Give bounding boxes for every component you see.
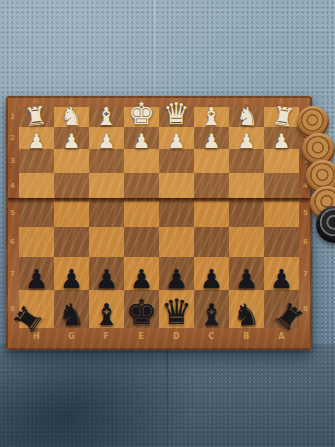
piece-white-pawn-d2[interactable]: ♟: [168, 131, 186, 151]
square-h2[interactable]: ♟: [19, 127, 54, 149]
piece-white-king-e1[interactable]: ♚: [128, 99, 155, 129]
file-label-bottom-g: G: [54, 332, 89, 341]
square-g8[interactable]: ♞: [54, 290, 89, 328]
square-a8[interactable]: ♜: [264, 290, 299, 328]
square-h5[interactable]: [19, 199, 54, 227]
square-f1[interactable]: ♝: [89, 107, 124, 127]
rank-label-left-7: 7: [7, 270, 18, 278]
square-h4[interactable]: [19, 173, 54, 199]
square-b2[interactable]: ♟: [229, 127, 264, 149]
square-f5[interactable]: [89, 199, 124, 227]
file-label-bottom-c: C: [194, 332, 229, 341]
square-e6[interactable]: [124, 227, 159, 257]
square-a2[interactable]: ♟: [264, 127, 299, 149]
square-d7[interactable]: ♟: [159, 257, 194, 290]
rank-label-left-6: 6: [7, 238, 18, 246]
square-d1[interactable]: ♛: [159, 107, 194, 127]
rank-label-left-2: 2: [7, 134, 18, 142]
piece-white-queen-d1[interactable]: ♛: [163, 99, 190, 129]
file-label-bottom-e: E: [124, 332, 159, 341]
piece-white-bishop-f1[interactable]: ♝: [95, 104, 117, 129]
rank-label-left-5: 5: [7, 209, 18, 217]
square-c4[interactable]: [194, 173, 229, 199]
square-c1[interactable]: ♝: [194, 107, 229, 127]
rank-label-left-3: 3: [7, 157, 18, 165]
square-f2[interactable]: ♟: [89, 127, 124, 149]
piece-white-rook-h1[interactable]: ♜: [23, 103, 48, 131]
square-a1[interactable]: ♜: [264, 107, 299, 127]
square-g1[interactable]: ♞: [54, 107, 89, 127]
square-e5[interactable]: [124, 199, 159, 227]
square-g6[interactable]: [54, 227, 89, 257]
photo-scene: ♜♞♝♚♛♝♞♜♟♟♟♟♟♟♟♟♟♟♟♟♟♟♟♟♜♞♝♚♛♝♞♜ HGFEDCB…: [0, 0, 335, 447]
square-f8[interactable]: ♝: [89, 290, 124, 328]
piece-black-pawn-c7[interactable]: ♟: [200, 266, 223, 292]
square-g5[interactable]: [54, 199, 89, 227]
piece-white-pawn-g2[interactable]: ♟: [63, 131, 81, 151]
piece-white-pawn-h2[interactable]: ♟: [28, 131, 46, 151]
square-e4[interactable]: [124, 173, 159, 199]
square-d5[interactable]: [159, 199, 194, 227]
rank-label-right-6: 6: [300, 238, 311, 246]
piece-white-rook-a1[interactable]: ♜: [270, 103, 296, 131]
rank-label-left-4: 4: [7, 182, 18, 190]
board-fold-seam: [8, 198, 310, 201]
piece-white-bishop-c1[interactable]: ♝: [200, 104, 222, 129]
square-b7[interactable]: ♟: [229, 257, 264, 290]
piece-black-bishop-f8[interactable]: ♝: [93, 300, 120, 330]
piece-black-pawn-f7[interactable]: ♟: [95, 266, 118, 292]
piece-white-pawn-b2[interactable]: ♟: [238, 131, 256, 151]
square-g7[interactable]: ♟: [54, 257, 89, 290]
piece-black-knight-b8[interactable]: ♞: [231, 299, 260, 331]
square-b5[interactable]: [229, 199, 264, 227]
square-h8[interactable]: ♜: [19, 290, 54, 328]
file-label-bottom-f: F: [89, 332, 124, 341]
square-h6[interactable]: [19, 227, 54, 257]
rank-label-right-7: 7: [300, 270, 311, 278]
square-c2[interactable]: ♟: [194, 127, 229, 149]
square-a5[interactable]: [264, 199, 299, 227]
square-e8[interactable]: ♚: [124, 290, 159, 328]
square-d4[interactable]: [159, 173, 194, 199]
square-b4[interactable]: [229, 173, 264, 199]
piece-black-pawn-d7[interactable]: ♟: [165, 266, 188, 292]
piece-black-pawn-e7[interactable]: ♟: [130, 266, 153, 292]
piece-white-knight-g1[interactable]: ♞: [60, 104, 82, 129]
square-e1[interactable]: ♚: [124, 107, 159, 127]
square-f6[interactable]: [89, 227, 124, 257]
square-g2[interactable]: ♟: [54, 127, 89, 149]
square-e7[interactable]: ♟: [124, 257, 159, 290]
file-label-bottom-b: B: [229, 332, 264, 341]
fabric-crease-top: [154, 0, 156, 96]
square-f7[interactable]: ♟: [89, 257, 124, 290]
square-c7[interactable]: ♟: [194, 257, 229, 290]
piece-white-pawn-c2[interactable]: ♟: [203, 131, 221, 151]
piece-black-queen-d8[interactable]: ♛: [161, 295, 192, 330]
piece-black-pawn-a7[interactable]: ♟: [270, 266, 293, 292]
fabric-crease-bottom: [166, 350, 168, 447]
piece-black-pawn-h7[interactable]: ♟: [25, 266, 48, 292]
piece-black-king-e8[interactable]: ♚: [126, 295, 157, 330]
piece-white-knight-b1[interactable]: ♞: [235, 103, 259, 130]
square-a6[interactable]: [264, 227, 299, 257]
piece-black-bishop-c8[interactable]: ♝: [198, 300, 225, 330]
piece-black-pawn-g7[interactable]: ♟: [60, 266, 83, 292]
rank-label-left-1: 1: [7, 113, 18, 121]
board-grid: ♜♞♝♚♛♝♞♜♟♟♟♟♟♟♟♟♟♟♟♟♟♟♟♟♜♞♝♚♛♝♞♜: [19, 107, 299, 328]
square-g4[interactable]: [54, 173, 89, 199]
square-b6[interactable]: [229, 227, 264, 257]
rank-label-right-5: 5: [300, 209, 311, 217]
square-b8[interactable]: ♞: [229, 290, 264, 328]
square-b1[interactable]: ♞: [229, 107, 264, 127]
square-d8[interactable]: ♛: [159, 290, 194, 328]
piece-white-pawn-f2[interactable]: ♟: [98, 131, 116, 151]
square-c8[interactable]: ♝: [194, 290, 229, 328]
chess-board: ♜♞♝♚♛♝♞♜♟♟♟♟♟♟♟♟♟♟♟♟♟♟♟♟♜♞♝♚♛♝♞♜ HGFEDCB…: [6, 96, 312, 350]
square-h1[interactable]: ♜: [19, 107, 54, 127]
square-d6[interactable]: [159, 227, 194, 257]
file-label-bottom-d: D: [159, 332, 194, 341]
square-h7[interactable]: ♟: [19, 257, 54, 290]
square-a4[interactable]: [264, 173, 299, 199]
piece-black-knight-g8[interactable]: ♞: [58, 300, 85, 330]
square-f4[interactable]: [89, 173, 124, 199]
piece-white-pawn-e2[interactable]: ♟: [133, 131, 151, 151]
piece-white-pawn-a2[interactable]: ♟: [273, 131, 291, 151]
square-a7[interactable]: ♟: [264, 257, 299, 290]
square-c5[interactable]: [194, 199, 229, 227]
square-c6[interactable]: [194, 227, 229, 257]
piece-black-pawn-b7[interactable]: ♟: [235, 266, 258, 292]
